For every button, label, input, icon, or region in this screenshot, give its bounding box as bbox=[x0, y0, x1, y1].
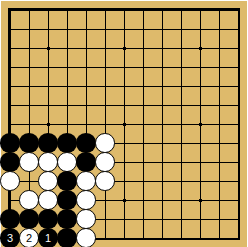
intersection[interactable] bbox=[210, 96, 229, 115]
intersection[interactable] bbox=[229, 20, 248, 39]
intersection[interactable] bbox=[96, 39, 115, 58]
intersection[interactable] bbox=[77, 115, 96, 134]
intersection[interactable] bbox=[77, 172, 96, 191]
intersection[interactable] bbox=[172, 229, 191, 247]
intersection[interactable] bbox=[58, 191, 77, 210]
intersection[interactable] bbox=[191, 153, 210, 172]
intersection[interactable] bbox=[39, 77, 58, 96]
white-stone bbox=[38, 171, 58, 191]
white-stone bbox=[95, 133, 115, 153]
intersection[interactable] bbox=[96, 20, 115, 39]
intersection[interactable] bbox=[172, 1, 191, 20]
black-stone bbox=[57, 228, 77, 247]
intersection[interactable] bbox=[96, 1, 115, 20]
intersection[interactable] bbox=[20, 58, 39, 77]
intersection[interactable] bbox=[134, 229, 153, 247]
intersection[interactable] bbox=[210, 191, 229, 210]
intersection[interactable] bbox=[191, 134, 210, 153]
intersection[interactable] bbox=[20, 77, 39, 96]
intersection[interactable] bbox=[210, 1, 229, 20]
move-number-label: 1 bbox=[45, 232, 51, 244]
intersection[interactable] bbox=[229, 229, 248, 247]
intersection[interactable] bbox=[229, 115, 248, 134]
black-stone bbox=[76, 133, 96, 153]
intersection[interactable] bbox=[115, 115, 134, 134]
intersection[interactable] bbox=[96, 210, 115, 229]
intersection[interactable] bbox=[1, 153, 20, 172]
white-stone bbox=[76, 171, 96, 191]
intersection[interactable] bbox=[115, 134, 134, 153]
intersection[interactable] bbox=[115, 191, 134, 210]
black-stone bbox=[76, 152, 96, 172]
move-number-label: 2 bbox=[26, 232, 32, 244]
intersection[interactable] bbox=[210, 58, 229, 77]
intersection[interactable] bbox=[20, 134, 39, 153]
intersection[interactable] bbox=[58, 96, 77, 115]
intersection[interactable] bbox=[115, 210, 134, 229]
intersection[interactable] bbox=[134, 115, 153, 134]
intersection[interactable] bbox=[210, 20, 229, 39]
intersection[interactable] bbox=[115, 229, 134, 247]
intersection[interactable] bbox=[153, 229, 172, 247]
intersection[interactable] bbox=[153, 191, 172, 210]
intersection[interactable] bbox=[58, 58, 77, 77]
intersection[interactable] bbox=[115, 96, 134, 115]
white-stone bbox=[19, 190, 39, 210]
intersection[interactable] bbox=[172, 153, 191, 172]
intersection[interactable] bbox=[77, 58, 96, 77]
intersection[interactable] bbox=[115, 20, 134, 39]
intersection[interactable] bbox=[229, 172, 248, 191]
intersection[interactable] bbox=[96, 191, 115, 210]
intersection[interactable] bbox=[1, 96, 20, 115]
intersection[interactable] bbox=[77, 153, 96, 172]
intersection[interactable] bbox=[229, 77, 248, 96]
intersection[interactable] bbox=[96, 172, 115, 191]
intersection[interactable] bbox=[191, 96, 210, 115]
intersection[interactable] bbox=[20, 115, 39, 134]
intersection[interactable] bbox=[229, 134, 248, 153]
intersection[interactable] bbox=[153, 153, 172, 172]
intersection[interactable] bbox=[153, 39, 172, 58]
go-board: 321 bbox=[1, 1, 247, 247]
white-stone bbox=[19, 152, 39, 172]
intersection[interactable] bbox=[77, 39, 96, 58]
intersection[interactable] bbox=[191, 77, 210, 96]
white-stone bbox=[95, 171, 115, 191]
intersection[interactable] bbox=[172, 20, 191, 39]
white-stone bbox=[57, 152, 77, 172]
intersection[interactable] bbox=[20, 210, 39, 229]
intersection[interactable] bbox=[77, 191, 96, 210]
white-stone bbox=[76, 190, 96, 210]
intersection[interactable] bbox=[96, 229, 115, 247]
intersection[interactable] bbox=[153, 20, 172, 39]
intersection[interactable] bbox=[39, 20, 58, 39]
black-stone bbox=[0, 133, 20, 153]
intersection[interactable] bbox=[58, 20, 77, 39]
intersection[interactable] bbox=[1, 172, 20, 191]
intersection[interactable] bbox=[20, 153, 39, 172]
intersection[interactable] bbox=[77, 134, 96, 153]
board-intersections: 321 bbox=[1, 1, 248, 247]
intersection[interactable] bbox=[39, 172, 58, 191]
intersection[interactable] bbox=[210, 153, 229, 172]
white-stone bbox=[38, 152, 58, 172]
black-stone bbox=[57, 133, 77, 153]
intersection[interactable] bbox=[229, 58, 248, 77]
intersection[interactable] bbox=[58, 115, 77, 134]
intersection[interactable] bbox=[77, 20, 96, 39]
intersection[interactable] bbox=[1, 191, 20, 210]
white-stone: 2 bbox=[19, 228, 39, 247]
black-stone: 1 bbox=[38, 228, 58, 247]
intersection[interactable] bbox=[210, 210, 229, 229]
intersection[interactable] bbox=[39, 115, 58, 134]
intersection[interactable] bbox=[58, 1, 77, 20]
intersection[interactable] bbox=[134, 77, 153, 96]
intersection[interactable] bbox=[134, 20, 153, 39]
intersection[interactable] bbox=[96, 96, 115, 115]
intersection[interactable] bbox=[153, 58, 172, 77]
intersection[interactable] bbox=[134, 134, 153, 153]
intersection[interactable] bbox=[191, 1, 210, 20]
intersection[interactable] bbox=[58, 77, 77, 96]
intersection[interactable] bbox=[172, 58, 191, 77]
intersection[interactable] bbox=[39, 191, 58, 210]
intersection[interactable] bbox=[115, 77, 134, 96]
intersection[interactable] bbox=[115, 153, 134, 172]
intersection[interactable] bbox=[77, 96, 96, 115]
intersection[interactable] bbox=[210, 229, 229, 247]
intersection[interactable] bbox=[58, 210, 77, 229]
white-stone bbox=[0, 171, 20, 191]
intersection[interactable]: 2 bbox=[20, 229, 39, 247]
intersection[interactable]: 1 bbox=[39, 229, 58, 247]
intersection[interactable] bbox=[20, 191, 39, 210]
intersection[interactable] bbox=[20, 39, 39, 58]
white-stone bbox=[38, 190, 58, 210]
intersection[interactable] bbox=[115, 58, 134, 77]
go-diagram: 321 bbox=[0, 0, 247, 247]
intersection[interactable] bbox=[153, 134, 172, 153]
move-number-label: 3 bbox=[7, 232, 13, 244]
intersection[interactable] bbox=[1, 1, 20, 20]
intersection[interactable] bbox=[172, 77, 191, 96]
intersection[interactable] bbox=[229, 210, 248, 229]
intersection[interactable] bbox=[172, 172, 191, 191]
intersection[interactable] bbox=[172, 39, 191, 58]
white-stone bbox=[76, 209, 96, 229]
black-stone: 3 bbox=[0, 228, 20, 247]
intersection[interactable] bbox=[96, 77, 115, 96]
intersection[interactable] bbox=[210, 39, 229, 58]
intersection[interactable] bbox=[172, 191, 191, 210]
intersection[interactable] bbox=[191, 20, 210, 39]
intersection[interactable] bbox=[210, 172, 229, 191]
intersection[interactable] bbox=[39, 153, 58, 172]
intersection[interactable] bbox=[191, 39, 210, 58]
black-stone bbox=[19, 133, 39, 153]
intersection[interactable] bbox=[39, 58, 58, 77]
intersection[interactable] bbox=[77, 229, 96, 247]
intersection[interactable] bbox=[229, 153, 248, 172]
intersection[interactable] bbox=[134, 172, 153, 191]
intersection[interactable] bbox=[39, 1, 58, 20]
intersection[interactable] bbox=[191, 58, 210, 77]
black-stone bbox=[0, 209, 20, 229]
intersection[interactable] bbox=[39, 134, 58, 153]
intersection[interactable] bbox=[58, 153, 77, 172]
intersection[interactable] bbox=[191, 172, 210, 191]
intersection[interactable] bbox=[191, 229, 210, 247]
intersection[interactable] bbox=[229, 191, 248, 210]
intersection[interactable] bbox=[39, 210, 58, 229]
white-stone bbox=[76, 228, 96, 247]
black-stone bbox=[38, 209, 58, 229]
intersection[interactable] bbox=[115, 172, 134, 191]
intersection[interactable] bbox=[134, 191, 153, 210]
intersection[interactable] bbox=[191, 115, 210, 134]
black-stone bbox=[57, 171, 77, 191]
intersection[interactable] bbox=[58, 39, 77, 58]
intersection[interactable] bbox=[153, 77, 172, 96]
intersection[interactable] bbox=[77, 210, 96, 229]
intersection[interactable]: 3 bbox=[1, 229, 20, 247]
intersection[interactable] bbox=[191, 210, 210, 229]
intersection[interactable] bbox=[134, 96, 153, 115]
black-stone bbox=[38, 133, 58, 153]
black-stone bbox=[19, 209, 39, 229]
intersection[interactable] bbox=[1, 115, 20, 134]
intersection[interactable] bbox=[1, 39, 20, 58]
intersection[interactable] bbox=[58, 229, 77, 247]
intersection[interactable] bbox=[20, 172, 39, 191]
intersection[interactable] bbox=[134, 58, 153, 77]
intersection[interactable] bbox=[153, 210, 172, 229]
intersection[interactable] bbox=[96, 58, 115, 77]
intersection[interactable] bbox=[210, 77, 229, 96]
intersection[interactable] bbox=[134, 1, 153, 20]
intersection[interactable] bbox=[229, 1, 248, 20]
black-stone bbox=[57, 209, 77, 229]
intersection[interactable] bbox=[153, 1, 172, 20]
white-stone bbox=[95, 152, 115, 172]
intersection[interactable] bbox=[115, 39, 134, 58]
intersection[interactable] bbox=[77, 1, 96, 20]
intersection[interactable] bbox=[1, 58, 20, 77]
intersection[interactable] bbox=[96, 153, 115, 172]
intersection[interactable] bbox=[20, 20, 39, 39]
intersection[interactable] bbox=[153, 115, 172, 134]
intersection[interactable] bbox=[96, 115, 115, 134]
intersection[interactable] bbox=[172, 210, 191, 229]
intersection[interactable] bbox=[1, 210, 20, 229]
intersection[interactable] bbox=[115, 1, 134, 20]
intersection[interactable] bbox=[153, 96, 172, 115]
intersection[interactable] bbox=[134, 153, 153, 172]
intersection[interactable] bbox=[20, 96, 39, 115]
intersection[interactable] bbox=[172, 96, 191, 115]
intersection[interactable] bbox=[229, 96, 248, 115]
intersection[interactable] bbox=[134, 210, 153, 229]
intersection[interactable] bbox=[39, 96, 58, 115]
intersection[interactable] bbox=[172, 115, 191, 134]
intersection[interactable] bbox=[77, 77, 96, 96]
black-stone bbox=[0, 152, 20, 172]
intersection[interactable] bbox=[58, 134, 77, 153]
intersection[interactable] bbox=[96, 134, 115, 153]
intersection[interactable] bbox=[172, 134, 191, 153]
intersection[interactable] bbox=[153, 172, 172, 191]
intersection[interactable] bbox=[229, 39, 248, 58]
intersection[interactable] bbox=[191, 191, 210, 210]
intersection[interactable] bbox=[210, 115, 229, 134]
black-stone bbox=[57, 190, 77, 210]
intersection[interactable] bbox=[1, 134, 20, 153]
intersection[interactable] bbox=[1, 77, 20, 96]
intersection[interactable] bbox=[39, 39, 58, 58]
intersection[interactable] bbox=[134, 39, 153, 58]
intersection[interactable] bbox=[1, 20, 20, 39]
intersection[interactable] bbox=[20, 1, 39, 20]
intersection[interactable] bbox=[58, 172, 77, 191]
intersection[interactable] bbox=[210, 134, 229, 153]
